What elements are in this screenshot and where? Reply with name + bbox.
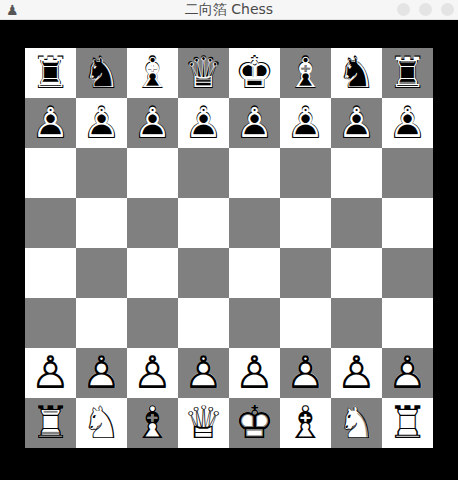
- piece-black-pawn[interactable]: ♟♙: [178, 98, 229, 148]
- square-h2[interactable]: ♟♙: [382, 348, 433, 398]
- piece-outline-layer: ♘: [331, 398, 382, 448]
- piece-outline-layer: ♖: [382, 398, 433, 448]
- piece-black-pawn[interactable]: ♟♙: [382, 98, 433, 148]
- square-b1[interactable]: ♞♘: [76, 398, 127, 448]
- piece-white-knight[interactable]: ♞♘: [76, 398, 127, 448]
- window-title: 二向箔 Chess: [185, 0, 273, 19]
- square-c7[interactable]: ♟♙: [127, 98, 178, 148]
- piece-black-rook[interactable]: ♜♖: [382, 48, 433, 98]
- square-b6[interactable]: [76, 148, 127, 198]
- piece-outline-layer: ♙: [331, 348, 382, 398]
- square-h1[interactable]: ♜♖: [382, 398, 433, 448]
- piece-black-pawn[interactable]: ♟♙: [331, 98, 382, 148]
- piece-white-bishop[interactable]: ♝♗: [280, 398, 331, 448]
- square-e5[interactable]: [229, 198, 280, 248]
- square-d7[interactable]: ♟♙: [178, 98, 229, 148]
- piece-outline-layer: ♕: [178, 398, 229, 448]
- piece-outline-layer: ♙: [25, 348, 76, 398]
- square-f3[interactable]: [280, 298, 331, 348]
- square-a2[interactable]: ♟♙: [25, 348, 76, 398]
- square-d3[interactable]: [178, 298, 229, 348]
- piece-white-pawn[interactable]: ♟♙: [178, 348, 229, 398]
- square-f2[interactable]: ♟♙: [280, 348, 331, 398]
- piece-white-rook[interactable]: ♜♖: [382, 398, 433, 448]
- square-e2[interactable]: ♟♙: [229, 348, 280, 398]
- piece-white-pawn[interactable]: ♟♙: [229, 348, 280, 398]
- square-f7[interactable]: ♟♙: [280, 98, 331, 148]
- piece-white-knight[interactable]: ♞♘: [331, 398, 382, 448]
- square-f1[interactable]: ♝♗: [280, 398, 331, 448]
- square-e1[interactable]: ♚♔: [229, 398, 280, 448]
- app-window: ♟ 二向箔 Chess ♜♖♞♘♝♗♛♕♚♔♝♗♞♘♜♖♟♙♟♙♟♙♟♙♟♙♟♙…: [0, 0, 458, 480]
- square-a1[interactable]: ♜♖: [25, 398, 76, 448]
- piece-outline-layer: ♙: [382, 348, 433, 398]
- square-a3[interactable]: [25, 298, 76, 348]
- piece-outline-layer: ♙: [180, 100, 227, 146]
- square-f4[interactable]: [280, 248, 331, 298]
- square-b2[interactable]: ♟♙: [76, 348, 127, 398]
- square-b8[interactable]: ♞♘: [76, 48, 127, 98]
- square-a6[interactable]: [25, 148, 76, 198]
- piece-outline-layer: ♖: [384, 50, 431, 96]
- square-h6[interactable]: [382, 148, 433, 198]
- square-d5[interactable]: [178, 198, 229, 248]
- square-g7[interactable]: ♟♙: [331, 98, 382, 148]
- piece-outline-layer: ♙: [78, 100, 125, 146]
- square-d8[interactable]: ♛♕: [178, 48, 229, 98]
- piece-black-pawn[interactable]: ♟♙: [229, 98, 280, 148]
- square-b3[interactable]: [76, 298, 127, 348]
- square-d6[interactable]: [178, 148, 229, 198]
- piece-white-queen[interactable]: ♛♕: [178, 398, 229, 448]
- square-c8[interactable]: ♝♗: [127, 48, 178, 98]
- square-c1[interactable]: ♝♗: [127, 398, 178, 448]
- piece-white-pawn[interactable]: ♟♙: [127, 348, 178, 398]
- square-b7[interactable]: ♟♙: [76, 98, 127, 148]
- square-d1[interactable]: ♛♕: [178, 398, 229, 448]
- piece-outline-layer: ♗: [282, 50, 329, 96]
- square-e6[interactable]: [229, 148, 280, 198]
- piece-outline-layer: ♘: [333, 50, 380, 96]
- square-c2[interactable]: ♟♙: [127, 348, 178, 398]
- square-h5[interactable]: [382, 198, 433, 248]
- titlebar: ♟ 二向箔 Chess: [0, 0, 458, 20]
- piece-black-bishop[interactable]: ♝♗: [127, 48, 178, 98]
- piece-white-pawn[interactable]: ♟♙: [25, 348, 76, 398]
- piece-black-knight[interactable]: ♞♘: [76, 48, 127, 98]
- chess-board: ♜♖♞♘♝♗♛♕♚♔♝♗♞♘♜♖♟♙♟♙♟♙♟♙♟♙♟♙♟♙♟♙♟♙♟♙♟♙♟♙…: [25, 48, 433, 448]
- piece-white-pawn[interactable]: ♟♙: [331, 348, 382, 398]
- piece-outline-layer: ♗: [280, 398, 331, 448]
- square-c4[interactable]: [127, 248, 178, 298]
- piece-outline-layer: ♙: [127, 348, 178, 398]
- square-f6[interactable]: [280, 148, 331, 198]
- piece-outline-layer: ♙: [27, 100, 74, 146]
- square-h3[interactable]: [382, 298, 433, 348]
- piece-outline-layer: ♙: [384, 100, 431, 146]
- piece-outline-layer: ♙: [178, 348, 229, 398]
- piece-outline-layer: ♙: [282, 100, 329, 146]
- square-g6[interactable]: [331, 148, 382, 198]
- square-h7[interactable]: ♟♙: [382, 98, 433, 148]
- square-g4[interactable]: [331, 248, 382, 298]
- piece-outline-layer: ♙: [76, 348, 127, 398]
- piece-white-pawn[interactable]: ♟♙: [76, 348, 127, 398]
- square-g3[interactable]: [331, 298, 382, 348]
- piece-black-pawn[interactable]: ♟♙: [76, 98, 127, 148]
- piece-white-bishop[interactable]: ♝♗: [127, 398, 178, 448]
- square-h4[interactable]: [382, 248, 433, 298]
- piece-outline-layer: ♙: [280, 348, 331, 398]
- square-a8[interactable]: ♜♖: [25, 48, 76, 98]
- piece-black-pawn[interactable]: ♟♙: [280, 98, 331, 148]
- square-e8[interactable]: ♚♔: [229, 48, 280, 98]
- square-h8[interactable]: ♜♖: [382, 48, 433, 98]
- square-e3[interactable]: [229, 298, 280, 348]
- square-g5[interactable]: [331, 198, 382, 248]
- piece-black-rook[interactable]: ♜♖: [25, 48, 76, 98]
- square-d2[interactable]: ♟♙: [178, 348, 229, 398]
- window-control-2[interactable]: [419, 3, 432, 16]
- piece-outline-layer: ♕: [180, 50, 227, 96]
- pawn-icon: ♟: [6, 1, 19, 19]
- piece-outline-layer: ♙: [333, 100, 380, 146]
- piece-white-pawn[interactable]: ♟♙: [382, 348, 433, 398]
- piece-white-pawn[interactable]: ♟♙: [280, 348, 331, 398]
- square-g8[interactable]: ♞♘: [331, 48, 382, 98]
- square-a5[interactable]: [25, 198, 76, 248]
- square-g2[interactable]: ♟♙: [331, 348, 382, 398]
- piece-outline-layer: ♘: [76, 398, 127, 448]
- piece-outline-layer: ♘: [78, 50, 125, 96]
- piece-black-king[interactable]: ♚♔: [229, 48, 280, 98]
- piece-outline-layer: ♔: [229, 398, 280, 448]
- piece-outline-layer: ♗: [129, 50, 176, 96]
- piece-black-knight[interactable]: ♞♘: [331, 48, 382, 98]
- square-a4[interactable]: [25, 248, 76, 298]
- square-d4[interactable]: [178, 248, 229, 298]
- square-f8[interactable]: ♝♗: [280, 48, 331, 98]
- piece-outline-layer: ♗: [127, 398, 178, 448]
- piece-white-king[interactable]: ♚♔: [229, 398, 280, 448]
- square-g1[interactable]: ♞♘: [331, 398, 382, 448]
- piece-white-rook[interactable]: ♜♖: [25, 398, 76, 448]
- square-c6[interactable]: [127, 148, 178, 198]
- square-f5[interactable]: [280, 198, 331, 248]
- square-e4[interactable]: [229, 248, 280, 298]
- square-b4[interactable]: [76, 248, 127, 298]
- piece-black-pawn[interactable]: ♟♙: [127, 98, 178, 148]
- piece-outline-layer: ♔: [231, 50, 278, 96]
- square-a7[interactable]: ♟♙: [25, 98, 76, 148]
- window-controls: [397, 3, 454, 16]
- window-control-1[interactable]: [397, 3, 410, 16]
- piece-black-pawn[interactable]: ♟♙: [25, 98, 76, 148]
- square-e7[interactable]: ♟♙: [229, 98, 280, 148]
- square-b5[interactable]: [76, 198, 127, 248]
- piece-outline-layer: ♙: [229, 348, 280, 398]
- piece-black-bishop[interactable]: ♝♗: [280, 48, 331, 98]
- square-c3[interactable]: [127, 298, 178, 348]
- square-c5[interactable]: [127, 198, 178, 248]
- piece-outline-layer: ♖: [25, 398, 76, 448]
- piece-outline-layer: ♙: [231, 100, 278, 146]
- piece-black-queen[interactable]: ♛♕: [178, 48, 229, 98]
- piece-outline-layer: ♖: [27, 50, 74, 96]
- window-control-3[interactable]: [441, 3, 454, 16]
- piece-outline-layer: ♙: [129, 100, 176, 146]
